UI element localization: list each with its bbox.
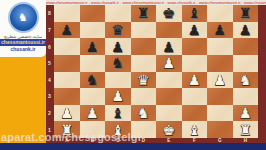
white-pawn-e5: ♟ — [162, 55, 175, 71]
square-d2[interactable]: ♞ — [131, 105, 157, 122]
square-e4[interactable] — [156, 72, 182, 89]
square-e5[interactable]: ♟ — [156, 55, 182, 72]
square-c4[interactable] — [105, 72, 131, 89]
site-logo-icon: ♞ — [8, 2, 39, 33]
square-a6[interactable] — [54, 38, 80, 55]
white-knight-d2: ♞ — [137, 105, 150, 121]
white-pawn-b2: ♟ — [86, 105, 99, 121]
square-e2[interactable] — [156, 105, 182, 122]
black-knight-c5: ♞ — [111, 55, 124, 71]
square-d4[interactable]: ♛ — [131, 72, 157, 89]
video-frame: ♞ سایت تخصصی شطرنج chessmantoussi.ir chu… — [0, 0, 266, 150]
square-h1[interactable]: ♜ — [233, 121, 259, 138]
black-bishop-f8: ♝ — [188, 5, 201, 21]
black-rook-h8: ♜ — [239, 5, 252, 21]
black-pawn-f7: ♟ — [188, 22, 201, 38]
black-bishop-c2: ♝ — [111, 105, 124, 121]
white-pawn-a2: ♟ — [60, 105, 73, 121]
square-c7[interactable]: ♛ — [105, 22, 131, 39]
square-c8[interactable] — [105, 5, 131, 22]
sidebar: ♞ سایت تخصصی شطرنج chessmantoussi.ir chu… — [0, 0, 46, 143]
site-link-secondary[interactable]: chusank.ir — [0, 46, 46, 53]
square-d8[interactable]: ♜ — [131, 5, 157, 22]
square-f1[interactable]: ♝ — [182, 121, 208, 138]
square-d5[interactable] — [131, 55, 157, 72]
chess-board: ♜♚♝♜♟♛♟♟♟♟♟♟♞♟♞♛♟♟♞♟♟♟♝♞♟♜♝♚♝♜ — [54, 5, 258, 138]
square-f2[interactable] — [182, 105, 208, 122]
square-a7[interactable]: ♟ — [54, 22, 80, 39]
square-g6[interactable] — [207, 38, 233, 55]
square-f7[interactable]: ♟ — [182, 22, 208, 39]
black-pawn-c6: ♟ — [111, 39, 124, 55]
knight-icon: ♞ — [18, 12, 28, 23]
square-d3[interactable] — [131, 88, 157, 105]
square-f6[interactable] — [182, 38, 208, 55]
square-h6[interactable] — [233, 38, 259, 55]
square-h8[interactable]: ♜ — [233, 5, 259, 22]
square-c5[interactable]: ♞ — [105, 55, 131, 72]
watermark-text: aparat.com/chessgostelgi — [1, 131, 141, 143]
square-e3[interactable] — [156, 88, 182, 105]
black-pawn-a7: ♟ — [60, 22, 73, 38]
square-b8[interactable] — [80, 5, 106, 22]
logo-box: ♞ سایت تخصصی شطرنج chessmantoussi.ir chu… — [0, 0, 46, 57]
square-b6[interactable]: ♟ — [80, 38, 106, 55]
square-f8[interactable]: ♝ — [182, 5, 208, 22]
white-pawn-c3: ♟ — [111, 88, 124, 104]
square-a2[interactable]: ♟ — [54, 105, 80, 122]
square-b2[interactable]: ♟ — [80, 105, 106, 122]
black-knight-b4: ♞ — [86, 72, 99, 88]
black-pawn-g7: ♟ — [213, 22, 226, 38]
square-c3[interactable]: ♟ — [105, 88, 131, 105]
square-g2[interactable] — [207, 105, 233, 122]
square-e1[interactable]: ♚ — [156, 121, 182, 138]
square-c6[interactable]: ♟ — [105, 38, 131, 55]
square-e8[interactable]: ♚ — [156, 5, 182, 22]
site-link-primary[interactable]: chessmantoussi.ir — [0, 39, 46, 46]
square-g4[interactable]: ♟ — [207, 72, 233, 89]
square-a5[interactable] — [54, 55, 80, 72]
black-rook-d8: ♜ — [137, 5, 150, 21]
square-h5[interactable] — [233, 55, 259, 72]
square-f4[interactable]: ♟ — [182, 72, 208, 89]
square-f3[interactable] — [182, 88, 208, 105]
square-g5[interactable] — [207, 55, 233, 72]
square-a4[interactable] — [54, 72, 80, 89]
square-d6[interactable] — [131, 38, 157, 55]
square-b3[interactable] — [80, 88, 106, 105]
square-b5[interactable] — [80, 55, 106, 72]
square-g8[interactable] — [207, 5, 233, 22]
white-bishop-f1: ♝ — [188, 122, 201, 138]
square-h2[interactable]: ♟ — [233, 105, 259, 122]
black-king-e8: ♚ — [162, 5, 175, 21]
black-pawn-h7: ♟ — [239, 22, 252, 38]
square-f5[interactable] — [182, 55, 208, 72]
black-pawn-b6: ♟ — [86, 39, 99, 55]
square-g3[interactable] — [207, 88, 233, 105]
square-d7[interactable] — [131, 22, 157, 39]
square-g7[interactable]: ♟ — [207, 22, 233, 39]
square-h7[interactable]: ♟ — [233, 22, 259, 39]
white-king-e1: ♚ — [162, 122, 175, 138]
black-queen-c7: ♛ — [111, 22, 124, 38]
white-rook-h1: ♜ — [239, 122, 252, 138]
footer-bar — [0, 143, 266, 150]
square-h3[interactable] — [233, 88, 259, 105]
square-g1[interactable] — [207, 121, 233, 138]
white-pawn-h2: ♟ — [239, 105, 252, 121]
board-frame: www.chessmantoussi.ir - www.chusank.ir -… — [46, 0, 266, 143]
square-a8[interactable] — [54, 5, 80, 22]
square-h4[interactable]: ♞ — [233, 72, 259, 89]
square-e7[interactable] — [156, 22, 182, 39]
white-queen-d4: ♛ — [137, 72, 150, 88]
black-pawn-e6: ♟ — [162, 39, 175, 55]
white-pawn-f4: ♟ — [188, 72, 201, 88]
square-b4[interactable]: ♞ — [80, 72, 106, 89]
white-knight-h4: ♞ — [239, 72, 252, 88]
white-pawn-g4: ♟ — [213, 72, 226, 88]
square-b7[interactable] — [80, 22, 106, 39]
square-e6[interactable]: ♟ — [156, 38, 182, 55]
square-c2[interactable]: ♝ — [105, 105, 131, 122]
rank-labels: 87654321 — [46, 5, 54, 138]
square-a3[interactable] — [54, 88, 80, 105]
